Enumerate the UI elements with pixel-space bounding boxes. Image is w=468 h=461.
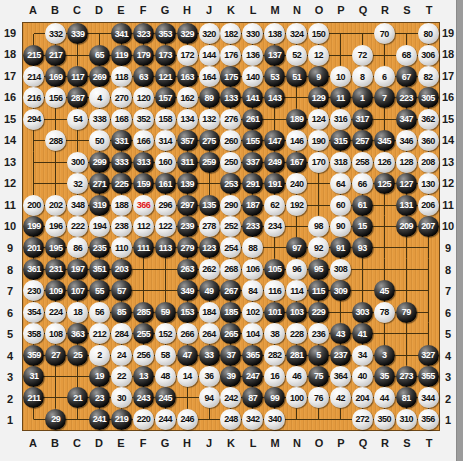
intersection-H6[interactable]: 153 [176, 301, 198, 322]
intersection-D5[interactable]: 212 [89, 323, 111, 344]
intersection-D6[interactable]: 56 [89, 301, 111, 322]
intersection-E14[interactable]: 331 [111, 130, 133, 151]
intersection-R7[interactable]: 45 [373, 280, 395, 301]
intersection-T7[interactable] [417, 280, 439, 301]
intersection-B7[interactable]: 109 [45, 280, 67, 301]
intersection-L1[interactable]: 342 [242, 409, 264, 430]
intersection-G2[interactable]: 245 [154, 387, 176, 408]
intersection-S5[interactable] [395, 323, 417, 344]
intersection-R1[interactable]: 350 [373, 409, 395, 430]
intersection-B6[interactable]: 224 [45, 301, 67, 322]
intersection-R11[interactable] [373, 194, 395, 215]
intersection-N13[interactable]: 167 [286, 152, 308, 173]
intersection-L2[interactable]: 87 [242, 387, 264, 408]
intersection-T9[interactable] [417, 237, 439, 258]
intersection-F7[interactable] [132, 280, 154, 301]
intersection-K10[interactable]: 252 [220, 216, 242, 237]
intersection-T2[interactable]: 344 [417, 387, 439, 408]
intersection-K13[interactable]: 250 [220, 152, 242, 173]
intersection-H19[interactable]: 329 [176, 23, 198, 44]
intersection-N11[interactable]: 192 [286, 194, 308, 215]
intersection-O18[interactable]: 12 [308, 44, 330, 65]
intersection-N14[interactable]: 146 [286, 130, 308, 151]
intersection-B14[interactable]: 288 [45, 130, 67, 151]
intersection-L14[interactable]: 155 [242, 130, 264, 151]
intersection-C12[interactable]: 32 [67, 173, 89, 194]
intersection-O12[interactable] [308, 173, 330, 194]
intersection-S7[interactable] [395, 280, 417, 301]
intersection-P1[interactable] [330, 409, 352, 430]
intersection-N4[interactable]: 281 [286, 344, 308, 365]
intersection-G5[interactable]: 152 [154, 323, 176, 344]
intersection-B18[interactable]: 217 [45, 44, 67, 65]
intersection-L6[interactable]: 102 [242, 301, 264, 322]
intersection-Q5[interactable]: 41 [351, 323, 373, 344]
intersection-J7[interactable]: 49 [198, 280, 220, 301]
intersection-E7[interactable]: 57 [111, 280, 133, 301]
intersection-S8[interactable] [395, 259, 417, 280]
intersection-O19[interactable]: 150 [308, 23, 330, 44]
intersection-C2[interactable]: 21 [67, 387, 89, 408]
intersection-A3[interactable]: 31 [23, 366, 45, 387]
intersection-E6[interactable]: 85 [111, 301, 133, 322]
intersection-A16[interactable]: 216 [23, 87, 45, 108]
intersection-F3[interactable]: 13 [132, 366, 154, 387]
intersection-E17[interactable]: 118 [111, 66, 133, 87]
intersection-C13[interactable]: 300 [67, 152, 89, 173]
intersection-F17[interactable]: 63 [132, 66, 154, 87]
intersection-R3[interactable]: 35 [373, 366, 395, 387]
intersection-M16[interactable]: 143 [264, 87, 286, 108]
intersection-D9[interactable]: 235 [89, 237, 111, 258]
intersection-F1[interactable]: 220 [132, 409, 154, 430]
intersection-D3[interactable]: 19 [89, 366, 111, 387]
intersection-G13[interactable]: 160 [154, 152, 176, 173]
intersection-A17[interactable]: 214 [23, 66, 45, 87]
intersection-E12[interactable]: 225 [111, 173, 133, 194]
intersection-T16[interactable]: 305 [417, 87, 439, 108]
intersection-C11[interactable]: 348 [67, 194, 89, 215]
intersection-N9[interactable]: 97 [286, 237, 308, 258]
intersection-A12[interactable] [23, 173, 45, 194]
intersection-M5[interactable]: 38 [264, 323, 286, 344]
intersection-L17[interactable]: 140 [242, 66, 264, 87]
intersection-L11[interactable]: 187 [242, 194, 264, 215]
intersection-E4[interactable]: 24 [111, 344, 133, 365]
intersection-G11[interactable]: 296 [154, 194, 176, 215]
intersection-N15[interactable]: 189 [286, 109, 308, 130]
intersection-H18[interactable]: 172 [176, 44, 198, 65]
intersection-J19[interactable]: 320 [198, 23, 220, 44]
intersection-J12[interactable] [198, 173, 220, 194]
intersection-T5[interactable] [417, 323, 439, 344]
intersection-G4[interactable]: 58 [154, 344, 176, 365]
intersection-T1[interactable]: 356 [417, 409, 439, 430]
intersection-O9[interactable]: 92 [308, 237, 330, 258]
intersection-T11[interactable]: 206 [417, 194, 439, 215]
intersection-E19[interactable]: 341 [111, 23, 133, 44]
intersection-B11[interactable]: 202 [45, 194, 67, 215]
intersection-H5[interactable]: 266 [176, 323, 198, 344]
intersection-K6[interactable]: 185 [220, 301, 242, 322]
intersection-B13[interactable] [45, 152, 67, 173]
intersection-F16[interactable]: 120 [132, 87, 154, 108]
intersection-O14[interactable]: 190 [308, 130, 330, 151]
intersection-N18[interactable]: 52 [286, 44, 308, 65]
intersection-B1[interactable]: 29 [45, 409, 67, 430]
intersection-H15[interactable]: 134 [176, 109, 198, 130]
intersection-H2[interactable] [176, 387, 198, 408]
intersection-L5[interactable]: 104 [242, 323, 264, 344]
intersection-F12[interactable]: 159 [132, 173, 154, 194]
intersection-J5[interactable]: 264 [198, 323, 220, 344]
intersection-R17[interactable]: 6 [373, 66, 395, 87]
intersection-O7[interactable]: 115 [308, 280, 330, 301]
intersection-S2[interactable]: 81 [395, 387, 417, 408]
intersection-T13[interactable]: 208 [417, 152, 439, 173]
intersection-R18[interactable] [373, 44, 395, 65]
intersection-E3[interactable]: 22 [111, 366, 133, 387]
intersection-D1[interactable]: 241 [89, 409, 111, 430]
intersection-M18[interactable]: 137 [264, 44, 286, 65]
intersection-A4[interactable]: 359 [23, 344, 45, 365]
intersection-N3[interactable]: 46 [286, 366, 308, 387]
intersection-D4[interactable]: 2 [89, 344, 111, 365]
intersection-J18[interactable]: 144 [198, 44, 220, 65]
intersection-L3[interactable]: 247 [242, 366, 264, 387]
intersection-Q18[interactable]: 72 [351, 44, 373, 65]
intersection-H7[interactable]: 349 [176, 280, 198, 301]
intersection-K12[interactable]: 253 [220, 173, 242, 194]
intersection-G9[interactable]: 113 [154, 237, 176, 258]
intersection-B12[interactable] [45, 173, 67, 194]
intersection-O10[interactable]: 98 [308, 216, 330, 237]
intersection-A7[interactable]: 230 [23, 280, 45, 301]
intersection-J1[interactable] [198, 409, 220, 430]
intersection-D17[interactable]: 269 [89, 66, 111, 87]
intersection-Q1[interactable]: 272 [351, 409, 373, 430]
intersection-O8[interactable]: 95 [308, 259, 330, 280]
intersection-L8[interactable]: 106 [242, 259, 264, 280]
intersection-F9[interactable]: 111 [132, 237, 154, 258]
intersection-G6[interactable]: 59 [154, 301, 176, 322]
intersection-N16[interactable] [286, 87, 308, 108]
intersection-D8[interactable]: 351 [89, 259, 111, 280]
intersection-F15[interactable]: 352 [132, 109, 154, 130]
intersection-J4[interactable]: 33 [198, 344, 220, 365]
intersection-P17[interactable]: 10 [330, 66, 352, 87]
intersection-G18[interactable]: 173 [154, 44, 176, 65]
intersection-S15[interactable]: 347 [395, 109, 417, 130]
intersection-H3[interactable]: 14 [176, 366, 198, 387]
intersection-Q13[interactable]: 258 [351, 152, 373, 173]
intersection-A8[interactable]: 361 [23, 259, 45, 280]
intersection-P3[interactable]: 364 [330, 366, 352, 387]
intersection-K15[interactable]: 276 [220, 109, 242, 130]
intersection-M8[interactable]: 105 [264, 259, 286, 280]
intersection-A2[interactable]: 211 [23, 387, 45, 408]
intersection-J14[interactable]: 275 [198, 130, 220, 151]
intersection-L19[interactable]: 330 [242, 23, 264, 44]
intersection-P11[interactable]: 60 [330, 194, 352, 215]
intersection-F4[interactable]: 256 [132, 344, 154, 365]
intersection-Q7[interactable] [351, 280, 373, 301]
intersection-S9[interactable] [395, 237, 417, 258]
intersection-N5[interactable]: 228 [286, 323, 308, 344]
intersection-R12[interactable]: 125 [373, 173, 395, 194]
intersection-F10[interactable]: 112 [132, 216, 154, 237]
intersection-C14[interactable] [67, 130, 89, 151]
intersection-J6[interactable]: 184 [198, 301, 220, 322]
intersection-M15[interactable] [264, 109, 286, 130]
intersection-C16[interactable]: 287 [67, 87, 89, 108]
intersection-S14[interactable]: 346 [395, 130, 417, 151]
intersection-N2[interactable]: 100 [286, 387, 308, 408]
intersection-O1[interactable] [308, 409, 330, 430]
intersection-C9[interactable]: 86 [67, 237, 89, 258]
intersection-B8[interactable]: 231 [45, 259, 67, 280]
intersection-J9[interactable]: 123 [198, 237, 220, 258]
intersection-B5[interactable]: 108 [45, 323, 67, 344]
intersection-Q12[interactable]: 66 [351, 173, 373, 194]
intersection-Q8[interactable] [351, 259, 373, 280]
intersection-C4[interactable]: 25 [67, 344, 89, 365]
intersection-R15[interactable] [373, 109, 395, 130]
intersection-Q11[interactable]: 61 [351, 194, 373, 215]
intersection-L18[interactable]: 136 [242, 44, 264, 65]
intersection-R19[interactable]: 70 [373, 23, 395, 44]
intersection-P6[interactable] [330, 301, 352, 322]
intersection-A10[interactable]: 199 [23, 216, 45, 237]
intersection-C5[interactable]: 363 [67, 323, 89, 344]
intersection-B4[interactable]: 27 [45, 344, 67, 365]
intersection-Q2[interactable]: 204 [351, 387, 373, 408]
intersection-O2[interactable]: 76 [308, 387, 330, 408]
intersection-A14[interactable] [23, 130, 45, 151]
intersection-C15[interactable]: 54 [67, 109, 89, 130]
intersection-F8[interactable] [132, 259, 154, 280]
intersection-G15[interactable]: 158 [154, 109, 176, 130]
intersection-R8[interactable] [373, 259, 395, 280]
intersection-Q17[interactable]: 8 [351, 66, 373, 87]
intersection-E18[interactable]: 119 [111, 44, 133, 65]
intersection-O13[interactable]: 170 [308, 152, 330, 173]
intersection-E15[interactable]: 168 [111, 109, 133, 130]
intersection-G17[interactable]: 121 [154, 66, 176, 87]
intersection-J10[interactable]: 278 [198, 216, 220, 237]
intersection-E16[interactable]: 270 [111, 87, 133, 108]
intersection-G7[interactable] [154, 280, 176, 301]
intersection-S6[interactable]: 79 [395, 301, 417, 322]
intersection-D18[interactable]: 65 [89, 44, 111, 65]
intersection-J3[interactable]: 36 [198, 366, 220, 387]
intersection-P10[interactable]: 90 [330, 216, 352, 237]
intersection-G10[interactable]: 122 [154, 216, 176, 237]
intersection-C18[interactable] [67, 44, 89, 65]
intersection-S16[interactable]: 223 [395, 87, 417, 108]
intersection-M17[interactable]: 53 [264, 66, 286, 87]
intersection-S1[interactable]: 310 [395, 409, 417, 430]
intersection-O15[interactable]: 124 [308, 109, 330, 130]
intersection-F11[interactable]: 366 [132, 194, 154, 215]
intersection-O11[interactable] [308, 194, 330, 215]
intersection-T17[interactable]: 82 [417, 66, 439, 87]
intersection-A5[interactable]: 358 [23, 323, 45, 344]
intersection-M2[interactable]: 99 [264, 387, 286, 408]
intersection-R9[interactable] [373, 237, 395, 258]
intersection-M10[interactable]: 234 [264, 216, 286, 237]
intersection-K18[interactable]: 176 [220, 44, 242, 65]
intersection-P8[interactable]: 308 [330, 259, 352, 280]
intersection-P12[interactable]: 64 [330, 173, 352, 194]
intersection-M6[interactable]: 101 [264, 301, 286, 322]
intersection-N10[interactable] [286, 216, 308, 237]
intersection-B19[interactable]: 332 [45, 23, 67, 44]
intersection-G1[interactable]: 244 [154, 409, 176, 430]
intersection-M13[interactable]: 249 [264, 152, 286, 173]
intersection-B16[interactable]: 156 [45, 87, 67, 108]
intersection-H11[interactable]: 297 [176, 194, 198, 215]
intersection-L16[interactable]: 141 [242, 87, 264, 108]
intersection-T3[interactable]: 355 [417, 366, 439, 387]
intersection-R16[interactable]: 7 [373, 87, 395, 108]
intersection-E5[interactable]: 284 [111, 323, 133, 344]
intersection-R2[interactable]: 44 [373, 387, 395, 408]
intersection-D7[interactable]: 55 [89, 280, 111, 301]
intersection-C19[interactable]: 339 [67, 23, 89, 44]
intersection-N7[interactable]: 114 [286, 280, 308, 301]
intersection-J8[interactable]: 262 [198, 259, 220, 280]
intersection-S13[interactable]: 128 [395, 152, 417, 173]
intersection-A11[interactable]: 200 [23, 194, 45, 215]
intersection-O4[interactable]: 5 [308, 344, 330, 365]
intersection-M3[interactable]: 16 [264, 366, 286, 387]
intersection-A15[interactable]: 294 [23, 109, 45, 130]
intersection-J2[interactable]: 94 [198, 387, 220, 408]
intersection-G3[interactable]: 48 [154, 366, 176, 387]
intersection-D19[interactable] [89, 23, 111, 44]
intersection-S18[interactable]: 68 [395, 44, 417, 65]
intersection-Q6[interactable]: 303 [351, 301, 373, 322]
intersection-N1[interactable] [286, 409, 308, 430]
intersection-D11[interactable]: 319 [89, 194, 111, 215]
intersection-E8[interactable]: 203 [111, 259, 133, 280]
intersection-C17[interactable]: 117 [67, 66, 89, 87]
intersection-E1[interactable]: 219 [111, 409, 133, 430]
intersection-A1[interactable] [23, 409, 45, 430]
intersection-M14[interactable]: 147 [264, 130, 286, 151]
intersection-L7[interactable]: 84 [242, 280, 264, 301]
intersection-Q9[interactable]: 93 [351, 237, 373, 258]
intersection-S19[interactable] [395, 23, 417, 44]
intersection-D2[interactable]: 23 [89, 387, 111, 408]
intersection-J13[interactable]: 259 [198, 152, 220, 173]
intersection-H17[interactable]: 163 [176, 66, 198, 87]
intersection-P2[interactable]: 42 [330, 387, 352, 408]
intersection-N19[interactable]: 324 [286, 23, 308, 44]
intersection-H8[interactable]: 263 [176, 259, 198, 280]
intersection-C3[interactable] [67, 366, 89, 387]
intersection-K7[interactable]: 267 [220, 280, 242, 301]
intersection-K2[interactable]: 242 [220, 387, 242, 408]
intersection-R6[interactable]: 78 [373, 301, 395, 322]
intersection-R10[interactable] [373, 216, 395, 237]
intersection-F14[interactable]: 166 [132, 130, 154, 151]
intersection-L12[interactable]: 291 [242, 173, 264, 194]
intersection-C10[interactable]: 222 [67, 216, 89, 237]
intersection-E13[interactable]: 333 [111, 152, 133, 173]
intersection-H10[interactable]: 239 [176, 216, 198, 237]
intersection-H12[interactable]: 139 [176, 173, 198, 194]
intersection-D12[interactable]: 271 [89, 173, 111, 194]
intersection-L15[interactable]: 261 [242, 109, 264, 130]
intersection-B17[interactable]: 169 [45, 66, 67, 87]
intersection-P14[interactable]: 315 [330, 130, 352, 151]
intersection-B2[interactable] [45, 387, 67, 408]
intersection-G19[interactable]: 353 [154, 23, 176, 44]
intersection-G8[interactable] [154, 259, 176, 280]
intersection-N12[interactable]: 240 [286, 173, 308, 194]
intersection-K14[interactable]: 260 [220, 130, 242, 151]
intersection-Q16[interactable]: 1 [351, 87, 373, 108]
intersection-M1[interactable]: 340 [264, 409, 286, 430]
intersection-C1[interactable] [67, 409, 89, 430]
intersection-N8[interactable]: 96 [286, 259, 308, 280]
intersection-L4[interactable]: 365 [242, 344, 264, 365]
intersection-K5[interactable]: 265 [220, 323, 242, 344]
intersection-D16[interactable]: 4 [89, 87, 111, 108]
intersection-J16[interactable]: 89 [198, 87, 220, 108]
intersection-A18[interactable]: 215 [23, 44, 45, 65]
intersection-T4[interactable]: 327 [417, 344, 439, 365]
intersection-M19[interactable]: 138 [264, 23, 286, 44]
intersection-Q14[interactable]: 257 [351, 130, 373, 151]
intersection-B3[interactable] [45, 366, 67, 387]
intersection-P9[interactable]: 91 [330, 237, 352, 258]
intersection-H1[interactable]: 246 [176, 409, 198, 430]
intersection-P15[interactable]: 316 [330, 109, 352, 130]
intersection-K17[interactable]: 175 [220, 66, 242, 87]
intersection-S11[interactable]: 131 [395, 194, 417, 215]
intersection-H16[interactable]: 162 [176, 87, 198, 108]
intersection-L9[interactable]: 88 [242, 237, 264, 258]
intersection-P5[interactable]: 43 [330, 323, 352, 344]
intersection-F19[interactable]: 323 [132, 23, 154, 44]
intersection-T6[interactable] [417, 301, 439, 322]
intersection-M7[interactable]: 116 [264, 280, 286, 301]
intersection-S4[interactable] [395, 344, 417, 365]
intersection-B9[interactable]: 195 [45, 237, 67, 258]
intersection-J15[interactable]: 132 [198, 109, 220, 130]
intersection-T10[interactable]: 207 [417, 216, 439, 237]
intersection-K1[interactable]: 248 [220, 409, 242, 430]
intersection-H4[interactable]: 47 [176, 344, 198, 365]
intersection-O3[interactable]: 75 [308, 366, 330, 387]
intersection-S10[interactable]: 209 [395, 216, 417, 237]
intersection-O6[interactable]: 229 [308, 301, 330, 322]
intersection-N17[interactable]: 51 [286, 66, 308, 87]
intersection-J17[interactable]: 164 [198, 66, 220, 87]
intersection-E9[interactable]: 110 [111, 237, 133, 258]
intersection-G14[interactable]: 314 [154, 130, 176, 151]
intersection-C7[interactable]: 107 [67, 280, 89, 301]
intersection-H13[interactable]: 311 [176, 152, 198, 173]
intersection-T12[interactable]: 130 [417, 173, 439, 194]
intersection-T8[interactable] [417, 259, 439, 280]
intersection-O16[interactable]: 129 [308, 87, 330, 108]
intersection-J11[interactable]: 135 [198, 194, 220, 215]
intersection-P4[interactable]: 237 [330, 344, 352, 365]
